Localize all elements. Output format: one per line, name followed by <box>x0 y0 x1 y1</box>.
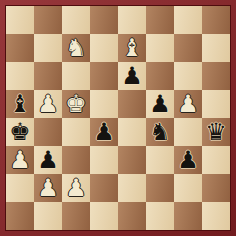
square-b7[interactable] <box>34 34 62 62</box>
black-knight[interactable]: ♞ <box>149 118 171 146</box>
square-h2[interactable] <box>202 174 230 202</box>
square-a2[interactable] <box>6 174 34 202</box>
square-f6[interactable] <box>146 62 174 90</box>
square-e4[interactable] <box>118 118 146 146</box>
black-pawn[interactable]: ♟ <box>121 62 143 90</box>
white-pawn[interactable]: ♟ <box>65 174 87 202</box>
black-pawn[interactable]: ♟ <box>37 146 59 174</box>
square-f2[interactable] <box>146 174 174 202</box>
square-h3[interactable] <box>202 146 230 174</box>
square-d1[interactable] <box>90 202 118 230</box>
square-a3[interactable]: ♟ <box>6 146 34 174</box>
square-b2[interactable]: ♟ <box>34 174 62 202</box>
square-h1[interactable] <box>202 202 230 230</box>
square-c4[interactable] <box>62 118 90 146</box>
square-a1[interactable] <box>6 202 34 230</box>
square-f4[interactable]: ♞ <box>146 118 174 146</box>
chess-board: ♞♝♟♝♟♚♟♟♚♟♞♛♟♟♟♟♟ <box>5 5 231 231</box>
square-c1[interactable] <box>62 202 90 230</box>
square-g8[interactable] <box>174 6 202 34</box>
square-g3[interactable]: ♟ <box>174 146 202 174</box>
square-d8[interactable] <box>90 6 118 34</box>
square-b1[interactable] <box>34 202 62 230</box>
square-d2[interactable] <box>90 174 118 202</box>
square-a4[interactable]: ♚ <box>6 118 34 146</box>
white-bishop[interactable]: ♝ <box>121 34 143 62</box>
square-e1[interactable] <box>118 202 146 230</box>
black-pawn[interactable]: ♟ <box>177 146 199 174</box>
square-g7[interactable] <box>174 34 202 62</box>
square-d6[interactable] <box>90 62 118 90</box>
black-queen[interactable]: ♛ <box>205 118 227 146</box>
white-pawn[interactable]: ♟ <box>37 174 59 202</box>
square-f5[interactable]: ♟ <box>146 90 174 118</box>
white-pawn[interactable]: ♟ <box>37 90 59 118</box>
square-e6[interactable]: ♟ <box>118 62 146 90</box>
square-g4[interactable] <box>174 118 202 146</box>
white-pawn[interactable]: ♟ <box>177 90 199 118</box>
square-a5[interactable]: ♝ <box>6 90 34 118</box>
square-e5[interactable] <box>118 90 146 118</box>
square-f1[interactable] <box>146 202 174 230</box>
square-h7[interactable] <box>202 34 230 62</box>
black-pawn[interactable]: ♟ <box>149 90 171 118</box>
square-h8[interactable] <box>202 6 230 34</box>
square-b5[interactable]: ♟ <box>34 90 62 118</box>
square-g5[interactable]: ♟ <box>174 90 202 118</box>
square-b3[interactable]: ♟ <box>34 146 62 174</box>
square-c3[interactable] <box>62 146 90 174</box>
black-pawn[interactable]: ♟ <box>93 118 115 146</box>
white-knight[interactable]: ♞ <box>65 34 87 62</box>
square-c2[interactable]: ♟ <box>62 174 90 202</box>
square-f7[interactable] <box>146 34 174 62</box>
square-b4[interactable] <box>34 118 62 146</box>
square-c7[interactable]: ♞ <box>62 34 90 62</box>
square-c8[interactable] <box>62 6 90 34</box>
square-a7[interactable] <box>6 34 34 62</box>
square-h6[interactable] <box>202 62 230 90</box>
square-g1[interactable] <box>174 202 202 230</box>
square-e7[interactable]: ♝ <box>118 34 146 62</box>
square-d3[interactable] <box>90 146 118 174</box>
white-pawn[interactable]: ♟ <box>9 146 31 174</box>
black-king[interactable]: ♚ <box>9 118 31 146</box>
square-e8[interactable] <box>118 6 146 34</box>
square-c6[interactable] <box>62 62 90 90</box>
black-bishop[interactable]: ♝ <box>9 90 31 118</box>
square-e2[interactable] <box>118 174 146 202</box>
square-b8[interactable] <box>34 6 62 34</box>
square-d4[interactable]: ♟ <box>90 118 118 146</box>
square-g6[interactable] <box>174 62 202 90</box>
square-d5[interactable] <box>90 90 118 118</box>
square-g2[interactable] <box>174 174 202 202</box>
square-a6[interactable] <box>6 62 34 90</box>
square-h4[interactable]: ♛ <box>202 118 230 146</box>
square-f3[interactable] <box>146 146 174 174</box>
square-f8[interactable] <box>146 6 174 34</box>
white-king[interactable]: ♚ <box>65 90 87 118</box>
square-h5[interactable] <box>202 90 230 118</box>
chess-board-frame: ♞♝♟♝♟♚♟♟♚♟♞♛♟♟♟♟♟ <box>0 0 236 236</box>
square-a8[interactable] <box>6 6 34 34</box>
square-d7[interactable] <box>90 34 118 62</box>
square-e3[interactable] <box>118 146 146 174</box>
square-c5[interactable]: ♚ <box>62 90 90 118</box>
square-b6[interactable] <box>34 62 62 90</box>
